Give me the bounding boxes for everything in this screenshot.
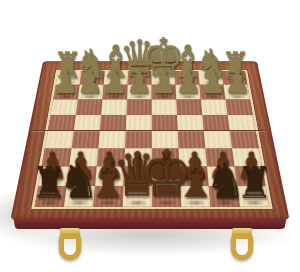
square-g1[interactable]: ♞ xyxy=(209,186,240,207)
square-a6[interactable] xyxy=(51,99,78,114)
square-b5[interactable] xyxy=(74,115,101,131)
brass-latch-right[interactable] xyxy=(229,228,255,262)
piece-black-pawn[interactable]: ♟ xyxy=(200,66,227,98)
square-d5[interactable] xyxy=(126,115,152,131)
latch-ring-icon xyxy=(59,235,81,260)
square-b6[interactable] xyxy=(76,99,103,114)
square-a5[interactable] xyxy=(48,115,76,131)
board: ♜♞♝♛♚♝♞♜♟♟♟♟♟♟♟♟♟♟♟♟♟♟♟♟♜♞♝♛♚♝♞♜ xyxy=(31,70,272,209)
square-c7[interactable]: ♟ xyxy=(102,85,127,100)
square-e5[interactable] xyxy=(152,115,178,131)
piece-black-pawn[interactable]: ♟ xyxy=(224,66,251,98)
square-f5[interactable] xyxy=(177,115,204,131)
square-f7[interactable]: ♟ xyxy=(176,85,201,100)
square-h6[interactable] xyxy=(225,99,252,114)
square-d6[interactable] xyxy=(126,99,151,114)
piece-black-pawn[interactable]: ♟ xyxy=(52,66,79,98)
square-d7[interactable]: ♟ xyxy=(127,85,152,100)
photo-scene: ♜♞♝♛♚♝♞♜♟♟♟♟♟♟♟♟♟♟♟♟♟♟♟♟♜♞♝♛♚♝♞♜ xyxy=(0,0,300,272)
square-f6[interactable] xyxy=(176,99,202,114)
square-g5[interactable] xyxy=(202,115,229,131)
piece-black-pawn[interactable]: ♟ xyxy=(126,66,153,98)
square-c5[interactable] xyxy=(100,115,127,131)
square-h1[interactable]: ♜ xyxy=(237,186,269,207)
piece-black-pawn[interactable]: ♟ xyxy=(175,66,202,98)
square-b7[interactable]: ♟ xyxy=(78,85,104,100)
board-box-frame: ♜♞♝♛♚♝♞♜♟♟♟♟♟♟♟♟♟♟♟♟♟♟♟♟♜♞♝♛♚♝♞♜ xyxy=(10,61,289,219)
square-h5[interactable] xyxy=(228,115,256,131)
square-g7[interactable]: ♟ xyxy=(200,85,226,100)
piece-black-pawn[interactable]: ♟ xyxy=(151,66,178,98)
brass-latch-left[interactable] xyxy=(57,228,83,262)
piece-white-rook[interactable]: ♜ xyxy=(236,162,272,206)
square-a7[interactable]: ♟ xyxy=(53,85,79,100)
square-e7[interactable]: ♟ xyxy=(152,85,177,100)
square-e6[interactable] xyxy=(152,99,177,114)
piece-black-pawn[interactable]: ♟ xyxy=(101,66,128,98)
chess-board-3d: ♜♞♝♛♚♝♞♜♟♟♟♟♟♟♟♟♟♟♟♟♟♟♟♟♜♞♝♛♚♝♞♜ xyxy=(10,61,289,219)
piece-black-pawn[interactable]: ♟ xyxy=(77,66,104,98)
square-h7[interactable]: ♟ xyxy=(223,85,250,100)
square-c6[interactable] xyxy=(101,99,127,114)
latch-ring-icon xyxy=(231,235,253,260)
square-g6[interactable] xyxy=(201,99,228,114)
